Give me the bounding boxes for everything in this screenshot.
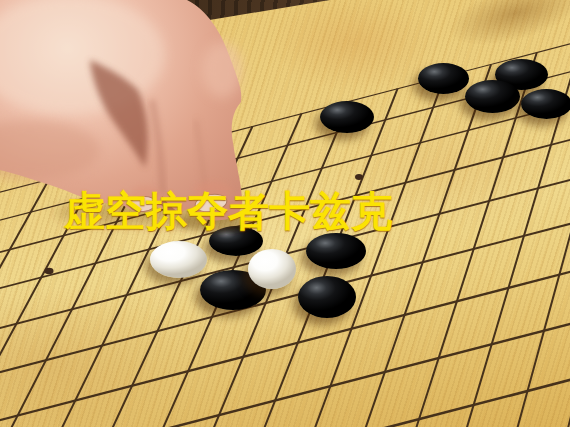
go-stone-white-8-4 [248, 249, 296, 289]
go-stone-white-6-4 [150, 241, 207, 278]
go-stone-black-9-4 [306, 233, 366, 269]
go-stone-black-10-2 [320, 101, 374, 133]
caption-text: 虚空掠夺者卡兹克 [64, 189, 392, 234]
go-stone-black-12-1 [418, 63, 469, 94]
go-stone-black-13-2 [465, 80, 520, 113]
go-stone-black-9-5 [298, 276, 356, 318]
go-stone-black-14-2 [521, 89, 570, 119]
photo-stage: 虚空掠夺者卡兹克 [0, 0, 570, 427]
